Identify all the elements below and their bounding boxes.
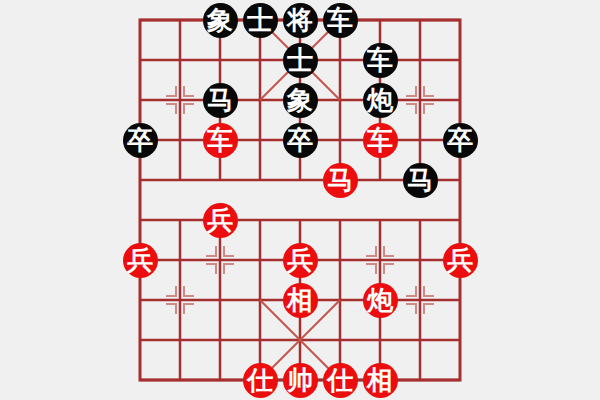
intersection-f4	[320, 200, 360, 240]
intersection-d3	[240, 240, 280, 280]
intersection-b2	[160, 280, 200, 320]
intersection-e9[interactable]: 将	[280, 0, 320, 40]
intersection-h7	[400, 80, 440, 120]
intersection-a8	[120, 40, 160, 80]
piece-black-soldier[interactable]: 卒	[283, 123, 318, 158]
intersection-e7[interactable]: 象	[280, 80, 320, 120]
intersection-i2	[440, 280, 480, 320]
xiangqi-board: 象士将车士车马象炮卒车卒车卒马马兵兵兵兵相炮仕帅仕相	[0, 0, 600, 400]
piece-black-soldier[interactable]: 卒	[123, 123, 158, 158]
piece-black-general[interactable]: 将	[283, 3, 318, 38]
piece-red-advisor[interactable]: 仕	[243, 363, 278, 398]
intersection-b3	[160, 240, 200, 280]
intersection-g4	[360, 200, 400, 240]
intersection-e5	[280, 160, 320, 200]
intersection-i7	[440, 80, 480, 120]
intersection-a5	[120, 160, 160, 200]
intersection-h5[interactable]: 马	[400, 160, 440, 200]
intersection-b9	[160, 0, 200, 40]
intersection-g8[interactable]: 车	[360, 40, 400, 80]
intersection-f9[interactable]: 车	[320, 0, 360, 40]
piece-red-chariot[interactable]: 车	[203, 123, 238, 158]
piece-black-elephant[interactable]: 象	[203, 3, 238, 38]
intersection-e2[interactable]: 相	[280, 280, 320, 320]
piece-red-general[interactable]: 帅	[283, 363, 318, 398]
piece-black-advisor[interactable]: 士	[243, 3, 278, 38]
intersection-h3	[400, 240, 440, 280]
intersection-f0[interactable]: 仕	[320, 360, 360, 400]
intersection-d8	[240, 40, 280, 80]
piece-red-soldier[interactable]: 兵	[443, 243, 478, 278]
board-grid: 象士将车士车马象炮卒车卒车卒马马兵兵兵兵相炮仕帅仕相	[120, 0, 480, 400]
intersection-f1	[320, 320, 360, 360]
intersection-e0[interactable]: 帅	[280, 360, 320, 400]
intersection-g1	[360, 320, 400, 360]
intersection-h0	[400, 360, 440, 400]
intersection-a3[interactable]: 兵	[120, 240, 160, 280]
intersection-b5	[160, 160, 200, 200]
intersection-h8	[400, 40, 440, 80]
intersection-g2[interactable]: 炮	[360, 280, 400, 320]
intersection-i1	[440, 320, 480, 360]
piece-black-elephant[interactable]: 象	[283, 83, 318, 118]
intersection-g3	[360, 240, 400, 280]
intersection-c2	[200, 280, 240, 320]
intersection-h6	[400, 120, 440, 160]
intersection-i3[interactable]: 兵	[440, 240, 480, 280]
intersection-a9	[120, 0, 160, 40]
intersection-b4	[160, 200, 200, 240]
piece-black-advisor[interactable]: 士	[283, 43, 318, 78]
piece-red-chariot[interactable]: 车	[363, 123, 398, 158]
intersection-c5	[200, 160, 240, 200]
intersection-b6	[160, 120, 200, 160]
intersection-d0[interactable]: 仕	[240, 360, 280, 400]
intersection-a6[interactable]: 卒	[120, 120, 160, 160]
intersection-a7	[120, 80, 160, 120]
intersection-i5	[440, 160, 480, 200]
intersection-a0	[120, 360, 160, 400]
intersection-g0[interactable]: 相	[360, 360, 400, 400]
piece-red-soldier[interactable]: 兵	[123, 243, 158, 278]
piece-red-advisor[interactable]: 仕	[323, 363, 358, 398]
intersection-b8	[160, 40, 200, 80]
intersection-c3	[200, 240, 240, 280]
intersection-e4	[280, 200, 320, 240]
intersection-b1	[160, 320, 200, 360]
intersection-f8	[320, 40, 360, 80]
intersection-i6[interactable]: 卒	[440, 120, 480, 160]
piece-red-elephant[interactable]: 相	[363, 363, 398, 398]
intersection-i0	[440, 360, 480, 400]
intersection-h2	[400, 280, 440, 320]
piece-black-cannon[interactable]: 炮	[363, 83, 398, 118]
intersection-h1	[400, 320, 440, 360]
intersection-g9	[360, 0, 400, 40]
intersection-d9[interactable]: 士	[240, 0, 280, 40]
piece-black-horse[interactable]: 马	[203, 83, 238, 118]
intersection-e6[interactable]: 卒	[280, 120, 320, 160]
intersection-e1	[280, 320, 320, 360]
intersection-a1	[120, 320, 160, 360]
intersection-c8	[200, 40, 240, 80]
intersection-d4	[240, 200, 280, 240]
intersection-c9[interactable]: 象	[200, 0, 240, 40]
intersection-d2	[240, 280, 280, 320]
intersection-d7	[240, 80, 280, 120]
intersection-f6	[320, 120, 360, 160]
piece-red-soldier[interactable]: 兵	[283, 243, 318, 278]
intersection-g6[interactable]: 车	[360, 120, 400, 160]
intersection-c6[interactable]: 车	[200, 120, 240, 160]
intersection-a2	[120, 280, 160, 320]
piece-red-cannon[interactable]: 炮	[363, 283, 398, 318]
intersection-i4	[440, 200, 480, 240]
intersection-f2	[320, 280, 360, 320]
intersection-d5	[240, 160, 280, 200]
piece-black-chariot[interactable]: 车	[363, 43, 398, 78]
intersection-b0	[160, 360, 200, 400]
piece-red-elephant[interactable]: 相	[283, 283, 318, 318]
intersection-i8	[440, 40, 480, 80]
intersection-c7[interactable]: 马	[200, 80, 240, 120]
intersection-f7	[320, 80, 360, 120]
intersection-i9	[440, 0, 480, 40]
intersection-e8[interactable]: 士	[280, 40, 320, 80]
intersection-b7	[160, 80, 200, 120]
intersection-a4	[120, 200, 160, 240]
intersection-f5[interactable]: 马	[320, 160, 360, 200]
intersection-g7[interactable]: 炮	[360, 80, 400, 120]
intersection-h4	[400, 200, 440, 240]
intersection-d1	[240, 320, 280, 360]
piece-black-horse[interactable]: 马	[403, 163, 438, 198]
intersection-c1	[200, 320, 240, 360]
intersection-h9	[400, 0, 440, 40]
piece-red-horse[interactable]: 马	[323, 163, 358, 198]
intersection-d6	[240, 120, 280, 160]
intersection-c4[interactable]: 兵	[200, 200, 240, 240]
piece-black-chariot[interactable]: 车	[323, 3, 358, 38]
intersection-e3[interactable]: 兵	[280, 240, 320, 280]
intersection-g5	[360, 160, 400, 200]
intersection-c0	[200, 360, 240, 400]
intersection-f3	[320, 240, 360, 280]
piece-black-soldier[interactable]: 卒	[443, 123, 478, 158]
piece-red-soldier[interactable]: 兵	[203, 203, 238, 238]
